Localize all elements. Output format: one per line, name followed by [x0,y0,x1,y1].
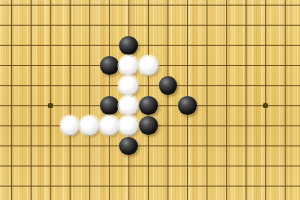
black-stone [100,56,119,75]
white-stone [119,56,138,75]
black-stone [178,96,197,115]
goban-screenshot [0,0,300,200]
white-stone [119,116,138,135]
black-stone [100,96,119,115]
black-stone [119,137,138,156]
white-stone [80,116,99,135]
white-stone [100,116,119,135]
black-stone [159,76,178,95]
star-point [48,103,52,107]
black-stone [119,36,138,55]
white-stone [119,96,138,115]
black-stone [139,96,158,115]
star-point [263,103,267,107]
white-stone [119,76,138,95]
goban-board[interactable] [0,0,300,200]
black-stone [139,116,158,135]
white-stone [139,56,158,75]
white-stone [61,116,80,135]
intersection-grid [2,0,295,196]
